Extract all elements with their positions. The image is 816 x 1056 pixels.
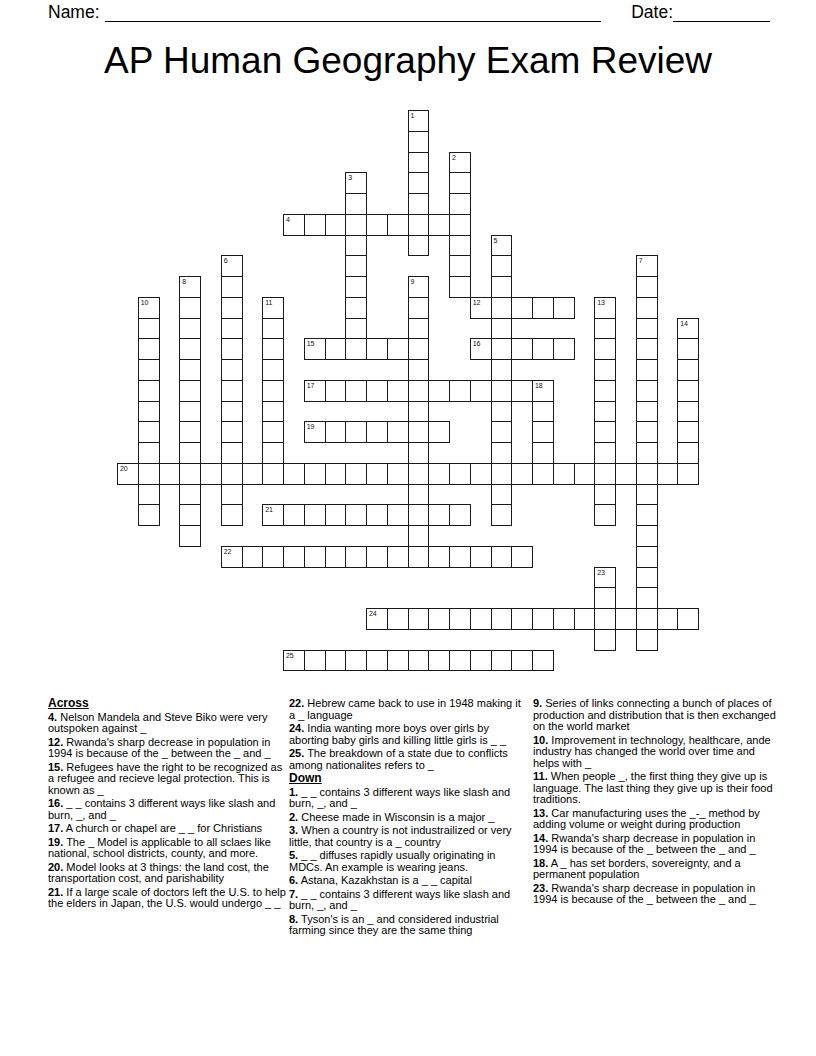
cell-r13c13[interactable] bbox=[387, 380, 409, 402]
cell-r10c27[interactable]: 14 bbox=[677, 318, 699, 340]
cell-r16c25[interactable] bbox=[636, 442, 658, 464]
clue-number-6: 6 bbox=[224, 257, 228, 264]
cell-r18c5[interactable] bbox=[221, 484, 243, 506]
cell-r21c17[interactable] bbox=[470, 546, 492, 568]
cell-r13c11[interactable] bbox=[345, 380, 367, 402]
cell-r12c14[interactable] bbox=[408, 359, 430, 381]
cell-r8c5[interactable] bbox=[221, 276, 243, 298]
cell-r13c15[interactable] bbox=[428, 380, 450, 402]
clue-num: 20. bbox=[48, 861, 63, 873]
cell-r15c18[interactable] bbox=[491, 421, 513, 443]
cell-r9c21[interactable] bbox=[553, 297, 575, 319]
cell-r18c1[interactable] bbox=[138, 484, 160, 506]
cell-r10c18[interactable] bbox=[491, 318, 513, 340]
cell-r14c27[interactable] bbox=[677, 401, 699, 423]
cell-r11c1[interactable] bbox=[138, 338, 160, 360]
clue-num: 19. bbox=[48, 836, 63, 848]
cell-r9c19[interactable] bbox=[511, 297, 533, 319]
cell-r7c5[interactable]: 6 bbox=[221, 255, 243, 277]
cell-r26c11[interactable] bbox=[345, 650, 367, 672]
cell-r7c11[interactable] bbox=[345, 255, 367, 277]
cell-r19c7[interactable]: 21 bbox=[262, 504, 284, 526]
name-label: Name: bbox=[48, 2, 100, 23]
clue-18: 18. A _ has set borders, sovereignty, an… bbox=[533, 858, 776, 881]
cell-r13c27[interactable] bbox=[677, 380, 699, 402]
cell-r12c3[interactable] bbox=[179, 359, 201, 381]
cell-r21c11[interactable] bbox=[345, 546, 367, 568]
cell-r26c18[interactable] bbox=[491, 650, 513, 672]
cell-r21c15[interactable] bbox=[428, 546, 450, 568]
cell-r9c7[interactable]: 11 bbox=[262, 297, 284, 319]
cell-r25c25[interactable] bbox=[636, 629, 658, 651]
cell-r12c1[interactable] bbox=[138, 359, 160, 381]
cell-r17c10[interactable] bbox=[325, 463, 347, 485]
cell-r17c0[interactable]: 20 bbox=[117, 463, 139, 485]
cell-r15c27[interactable] bbox=[677, 421, 699, 443]
cell-r18c25[interactable] bbox=[636, 484, 658, 506]
cell-r14c20[interactable] bbox=[532, 401, 554, 423]
cell-r10c7[interactable] bbox=[262, 318, 284, 340]
cell-r17c23[interactable] bbox=[594, 463, 616, 485]
name-date-row: Name: Date: bbox=[48, 1, 770, 23]
cell-r25c23[interactable] bbox=[594, 629, 616, 651]
clue-number-9: 9 bbox=[411, 278, 415, 285]
cell-r18c14[interactable] bbox=[408, 484, 430, 506]
cell-r19c16[interactable] bbox=[449, 504, 471, 526]
cell-r4c14[interactable] bbox=[408, 193, 430, 215]
cell-r16c5[interactable] bbox=[221, 442, 243, 464]
clue-num: 4. bbox=[48, 711, 57, 723]
cell-r13c14[interactable] bbox=[408, 380, 430, 402]
date-label: Date: bbox=[631, 2, 673, 23]
cell-r24c22[interactable] bbox=[574, 608, 596, 630]
cell-r13c7[interactable] bbox=[262, 380, 284, 402]
cell-r18c18[interactable] bbox=[491, 484, 513, 506]
cell-r7c18[interactable] bbox=[491, 255, 513, 277]
cell-r8c11[interactable] bbox=[345, 276, 367, 298]
cell-r19c3[interactable] bbox=[179, 504, 201, 526]
cell-r8c16[interactable] bbox=[449, 276, 471, 298]
cell-r17c21[interactable] bbox=[553, 463, 575, 485]
cell-r15c20[interactable] bbox=[532, 421, 554, 443]
cell-r19c8[interactable] bbox=[283, 504, 305, 526]
cell-r5c11[interactable] bbox=[345, 214, 367, 236]
cell-r13c17[interactable] bbox=[470, 380, 492, 402]
cell-r11c27[interactable] bbox=[677, 338, 699, 360]
cell-r17c15[interactable] bbox=[428, 463, 450, 485]
cell-r13c3[interactable] bbox=[179, 380, 201, 402]
cell-r21c10[interactable] bbox=[325, 546, 347, 568]
cell-r8c25[interactable] bbox=[636, 276, 658, 298]
cell-r19c18[interactable] bbox=[491, 504, 513, 526]
clue-number-12: 12 bbox=[473, 299, 480, 306]
cell-r13c23[interactable] bbox=[594, 380, 616, 402]
cell-r14c14[interactable] bbox=[408, 401, 430, 423]
cell-r11c18[interactable] bbox=[491, 338, 513, 360]
cell-r8c3[interactable]: 8 bbox=[179, 276, 201, 298]
cell-r17c1[interactable] bbox=[138, 463, 160, 485]
cell-r17c11[interactable] bbox=[345, 463, 367, 485]
cell-r17c6[interactable] bbox=[242, 463, 264, 485]
cell-r9c11[interactable] bbox=[345, 297, 367, 319]
cell-r12c18[interactable] bbox=[491, 359, 513, 381]
cell-r24c27[interactable] bbox=[677, 608, 699, 630]
cell-r24c14[interactable] bbox=[408, 608, 430, 630]
cell-r14c25[interactable] bbox=[636, 401, 658, 423]
clue-number-14: 14 bbox=[680, 320, 687, 327]
cell-r24c15[interactable] bbox=[428, 608, 450, 630]
clue-12: 12. Rwanda's sharp decrease in populatio… bbox=[48, 737, 286, 760]
clue-num: 17. bbox=[48, 822, 63, 834]
clue-num: 10. bbox=[533, 734, 548, 746]
cell-r16c3[interactable] bbox=[179, 442, 201, 464]
cell-r24c18[interactable] bbox=[491, 608, 513, 630]
clue-24: 24. India wanting more boys over girls b… bbox=[289, 723, 529, 746]
cell-r26c10[interactable] bbox=[325, 650, 347, 672]
cell-r17c7[interactable] bbox=[262, 463, 284, 485]
cell-r17c17[interactable] bbox=[470, 463, 492, 485]
cell-r11c17[interactable]: 16 bbox=[470, 338, 492, 360]
cell-r16c27[interactable] bbox=[677, 442, 699, 464]
cell-r7c16[interactable] bbox=[449, 255, 471, 277]
cell-r16c7[interactable] bbox=[262, 442, 284, 464]
clue-9: 9. Series of links connecting a bunch of… bbox=[533, 698, 776, 733]
cell-r13c20[interactable]: 18 bbox=[532, 380, 554, 402]
cell-r12c27[interactable] bbox=[677, 359, 699, 381]
cell-r12c25[interactable] bbox=[636, 359, 658, 381]
cell-r17c14[interactable] bbox=[408, 463, 430, 485]
cell-r11c25[interactable] bbox=[636, 338, 658, 360]
cell-r24c13[interactable] bbox=[387, 608, 409, 630]
cell-r10c11[interactable] bbox=[345, 318, 367, 340]
clue-22: 22. Hebrew came back to use in 1948 maki… bbox=[289, 698, 529, 721]
clue-num: 18. bbox=[533, 857, 548, 869]
cell-r16c14[interactable] bbox=[408, 442, 430, 464]
cell-r11c7[interactable] bbox=[262, 338, 284, 360]
cell-r15c11[interactable] bbox=[345, 421, 367, 443]
cell-r26c16[interactable] bbox=[449, 650, 471, 672]
cell-r15c12[interactable] bbox=[366, 421, 388, 443]
clue-num: 23. bbox=[533, 882, 548, 894]
cell-r2c16[interactable]: 2 bbox=[449, 152, 471, 174]
cell-r17c3[interactable] bbox=[179, 463, 201, 485]
cell-r9c17[interactable]: 12 bbox=[470, 297, 492, 319]
cell-r3c11[interactable]: 3 bbox=[345, 172, 367, 194]
cell-r11c14[interactable] bbox=[408, 338, 430, 360]
cell-r17c12[interactable] bbox=[366, 463, 388, 485]
cell-r17c4[interactable] bbox=[200, 463, 222, 485]
clue-column-middle: 22. Hebrew came back to use in 1948 maki… bbox=[289, 698, 529, 939]
cell-r2c14[interactable] bbox=[408, 152, 430, 174]
down-header: Down bbox=[289, 773, 529, 785]
cell-r11c13[interactable] bbox=[387, 338, 409, 360]
cell-r6c14[interactable] bbox=[408, 235, 430, 257]
cell-r9c23[interactable]: 13 bbox=[594, 297, 616, 319]
cell-r24c23[interactable] bbox=[594, 608, 616, 630]
clue-num: 21. bbox=[48, 886, 63, 898]
cell-r6c16[interactable] bbox=[449, 235, 471, 257]
cell-r10c5[interactable] bbox=[221, 318, 243, 340]
clue-21: 21. If a large scale of doctors left the… bbox=[48, 887, 286, 910]
cell-r23c23[interactable] bbox=[594, 587, 616, 609]
cell-r13c16[interactable] bbox=[449, 380, 471, 402]
cell-r11c20[interactable] bbox=[532, 338, 554, 360]
cell-r7c25[interactable]: 7 bbox=[636, 255, 658, 277]
cell-r5c10[interactable] bbox=[325, 214, 347, 236]
clue-number-24: 24 bbox=[369, 610, 376, 617]
cell-r21c18[interactable] bbox=[491, 546, 513, 568]
cell-r17c20[interactable] bbox=[532, 463, 554, 485]
cell-r9c3[interactable] bbox=[179, 297, 201, 319]
cell-r26c15[interactable] bbox=[428, 650, 450, 672]
cell-r11c19[interactable] bbox=[511, 338, 533, 360]
cell-r19c25[interactable] bbox=[636, 504, 658, 526]
cell-r13c18[interactable] bbox=[491, 380, 513, 402]
clue-number-7: 7 bbox=[639, 257, 643, 264]
cell-r15c7[interactable] bbox=[262, 421, 284, 443]
cell-r12c23[interactable] bbox=[594, 359, 616, 381]
cell-r0c14[interactable]: 1 bbox=[408, 110, 430, 132]
cell-r19c14[interactable] bbox=[408, 504, 430, 526]
clue-number-18: 18 bbox=[535, 382, 542, 389]
cell-r24c25[interactable] bbox=[636, 608, 658, 630]
cell-r15c3[interactable] bbox=[179, 421, 201, 443]
cell-r8c14[interactable]: 9 bbox=[408, 276, 430, 298]
clue-3: 3. When a country is not industrailized … bbox=[289, 825, 529, 848]
cell-r5c8[interactable]: 4 bbox=[283, 214, 305, 236]
cell-r5c15[interactable] bbox=[428, 214, 450, 236]
cell-r15c15[interactable] bbox=[428, 421, 450, 443]
cell-r8c18[interactable] bbox=[491, 276, 513, 298]
cell-r9c25[interactable] bbox=[636, 297, 658, 319]
cell-r19c9[interactable] bbox=[304, 504, 326, 526]
cell-r13c1[interactable] bbox=[138, 380, 160, 402]
cell-r21c14[interactable] bbox=[408, 546, 430, 568]
clue-num: 11. bbox=[533, 770, 548, 782]
clue-5: 5. _ _ diffuses rapidly usually originat… bbox=[289, 850, 529, 873]
cell-r17c19[interactable] bbox=[511, 463, 533, 485]
cell-r15c9[interactable]: 19 bbox=[304, 421, 326, 443]
cell-r15c25[interactable] bbox=[636, 421, 658, 443]
cell-r9c5[interactable] bbox=[221, 297, 243, 319]
cell-r26c8[interactable]: 25 bbox=[283, 650, 305, 672]
cell-r17c8[interactable] bbox=[283, 463, 305, 485]
clue-number-8: 8 bbox=[182, 278, 186, 285]
cell-r11c12[interactable] bbox=[366, 338, 388, 360]
cell-r1c14[interactable] bbox=[408, 131, 430, 153]
cell-r26c12[interactable] bbox=[366, 650, 388, 672]
cell-r5c9[interactable] bbox=[304, 214, 326, 236]
cell-r26c14[interactable] bbox=[408, 650, 430, 672]
cell-r15c14[interactable] bbox=[408, 421, 430, 443]
cell-r17c5[interactable] bbox=[221, 463, 243, 485]
cell-r15c10[interactable] bbox=[325, 421, 347, 443]
cell-r14c23[interactable] bbox=[594, 401, 616, 423]
clue-25: 25. The breakdown of a state due to conf… bbox=[289, 748, 529, 771]
cell-r16c1[interactable] bbox=[138, 442, 160, 464]
cell-r15c23[interactable] bbox=[594, 421, 616, 443]
cell-r14c3[interactable] bbox=[179, 401, 201, 423]
cell-r12c5[interactable] bbox=[221, 359, 243, 381]
cell-r18c3[interactable] bbox=[179, 484, 201, 506]
cell-r22c23[interactable]: 23 bbox=[594, 567, 616, 589]
cell-r24c20[interactable] bbox=[532, 608, 554, 630]
cell-r26c9[interactable] bbox=[304, 650, 326, 672]
cell-r15c13[interactable] bbox=[387, 421, 409, 443]
cell-r19c13[interactable] bbox=[387, 504, 409, 526]
clue-number-20: 20 bbox=[120, 465, 127, 472]
clue-number-4: 4 bbox=[286, 216, 290, 223]
cell-r20c14[interactable] bbox=[408, 525, 430, 547]
cell-r11c23[interactable] bbox=[594, 338, 616, 360]
cell-r19c10[interactable] bbox=[325, 504, 347, 526]
cell-r17c2[interactable] bbox=[159, 463, 181, 485]
clue-number-13: 13 bbox=[597, 299, 604, 306]
cell-r15c5[interactable] bbox=[221, 421, 243, 443]
clue-16: 16. _ _ contains 3 different ways like s… bbox=[48, 798, 286, 821]
cell-r21c6[interactable] bbox=[242, 546, 264, 568]
cell-r22c25[interactable] bbox=[636, 567, 658, 589]
clue-19: 19. The _ Model is applicable to all scl… bbox=[48, 837, 286, 860]
cell-r11c3[interactable] bbox=[179, 338, 201, 360]
cell-r15c1[interactable] bbox=[138, 421, 160, 443]
clue-number-23: 23 bbox=[597, 569, 604, 576]
cell-r21c16[interactable] bbox=[449, 546, 471, 568]
clue-number-1: 1 bbox=[411, 112, 415, 119]
cell-r3c14[interactable] bbox=[408, 172, 430, 194]
cell-r4c11[interactable] bbox=[345, 193, 367, 215]
cell-r24c17[interactable] bbox=[470, 608, 492, 630]
cell-r9c20[interactable] bbox=[532, 297, 554, 319]
cell-r18c23[interactable] bbox=[594, 484, 616, 506]
cell-r6c18[interactable]: 5 bbox=[491, 235, 513, 257]
cell-r21c8[interactable] bbox=[283, 546, 305, 568]
cell-r26c20[interactable] bbox=[532, 650, 554, 672]
clue-number-2: 2 bbox=[452, 154, 456, 161]
cell-r24c21[interactable] bbox=[553, 608, 575, 630]
clue-number-25: 25 bbox=[286, 652, 293, 659]
cell-r20c25[interactable] bbox=[636, 525, 658, 547]
cell-r5c16[interactable] bbox=[449, 214, 471, 236]
cell-r3c16[interactable] bbox=[449, 172, 471, 194]
cell-r17c27[interactable] bbox=[677, 463, 699, 485]
cell-r14c18[interactable] bbox=[491, 401, 513, 423]
clue-number-3: 3 bbox=[348, 174, 352, 181]
clue-num: 25. bbox=[289, 747, 304, 759]
cell-r11c10[interactable] bbox=[325, 338, 347, 360]
clue-number-10: 10 bbox=[141, 299, 148, 306]
cell-r5c12[interactable] bbox=[366, 214, 388, 236]
cell-r19c12[interactable] bbox=[366, 504, 388, 526]
clue-number-17: 17 bbox=[307, 382, 314, 389]
clue-num: 8. bbox=[289, 913, 298, 925]
cell-r12c7[interactable] bbox=[262, 359, 284, 381]
cell-r14c7[interactable] bbox=[262, 401, 284, 423]
cell-r24c12[interactable]: 24 bbox=[366, 608, 388, 630]
clue-num: 14. bbox=[533, 832, 548, 844]
cell-r10c25[interactable] bbox=[636, 318, 658, 340]
cell-r13c25[interactable] bbox=[636, 380, 658, 402]
cell-r16c18[interactable] bbox=[491, 442, 513, 464]
clue-11: 11. When people _, the first thing they … bbox=[533, 771, 776, 806]
cell-r13c10[interactable] bbox=[325, 380, 347, 402]
clue-13: 13. Car manufacturing uses the _-_ metho… bbox=[533, 808, 776, 831]
clue-num: 7. bbox=[289, 888, 298, 900]
cell-r17c9[interactable] bbox=[304, 463, 326, 485]
cell-r10c14[interactable] bbox=[408, 318, 430, 340]
cell-r5c13[interactable] bbox=[387, 214, 409, 236]
cell-r24c16[interactable] bbox=[449, 608, 471, 630]
cell-r17c22[interactable] bbox=[574, 463, 596, 485]
cell-r21c7[interactable] bbox=[262, 546, 284, 568]
cell-r19c5[interactable] bbox=[221, 504, 243, 526]
cell-r26c19[interactable] bbox=[511, 650, 533, 672]
cell-r19c1[interactable] bbox=[138, 504, 160, 526]
cell-r6c11[interactable] bbox=[345, 235, 367, 257]
cell-r5c14[interactable] bbox=[408, 214, 430, 236]
clue-num: 22. bbox=[289, 697, 304, 709]
cell-r17c25[interactable] bbox=[636, 463, 658, 485]
cell-r24c24[interactable] bbox=[615, 608, 637, 630]
cell-r19c23[interactable] bbox=[594, 504, 616, 526]
cell-r20c3[interactable] bbox=[179, 525, 201, 547]
cell-r26c17[interactable] bbox=[470, 650, 492, 672]
cell-r13c5[interactable] bbox=[221, 380, 243, 402]
clue-8: 8. Tyson's is an _ and considered indust… bbox=[289, 914, 529, 937]
cell-r21c12[interactable] bbox=[366, 546, 388, 568]
clue-num: 3. bbox=[289, 824, 298, 836]
cell-r21c19[interactable] bbox=[511, 546, 533, 568]
cell-r19c11[interactable] bbox=[345, 504, 367, 526]
cell-r16c20[interactable] bbox=[532, 442, 554, 464]
cell-r11c9[interactable]: 15 bbox=[304, 338, 326, 360]
cell-r17c16[interactable] bbox=[449, 463, 471, 485]
cell-r17c26[interactable] bbox=[657, 463, 679, 485]
cell-r13c19[interactable] bbox=[511, 380, 533, 402]
cell-r10c23[interactable] bbox=[594, 318, 616, 340]
cell-r13c9[interactable]: 17 bbox=[304, 380, 326, 402]
cell-r17c13[interactable] bbox=[387, 463, 409, 485]
cell-r21c25[interactable] bbox=[636, 546, 658, 568]
cell-r17c24[interactable] bbox=[615, 463, 637, 485]
cell-r14c5[interactable] bbox=[221, 401, 243, 423]
cell-r14c1[interactable] bbox=[138, 401, 160, 423]
cell-r4c16[interactable] bbox=[449, 193, 471, 215]
cell-r24c19[interactable] bbox=[511, 608, 533, 630]
cell-r11c5[interactable] bbox=[221, 338, 243, 360]
cell-r16c23[interactable] bbox=[594, 442, 616, 464]
clue-num: 16. bbox=[48, 797, 63, 809]
cell-r17c18[interactable] bbox=[491, 463, 513, 485]
cell-r21c9[interactable] bbox=[304, 546, 326, 568]
cell-r11c21[interactable] bbox=[553, 338, 575, 360]
cell-r26c13[interactable] bbox=[387, 650, 409, 672]
clue-23: 23. Rwanda's sharp decrease in populatio… bbox=[533, 883, 776, 906]
cell-r21c5[interactable]: 22 bbox=[221, 546, 243, 568]
cell-r23c25[interactable] bbox=[636, 587, 658, 609]
cell-r11c11[interactable] bbox=[345, 338, 367, 360]
cell-r19c15[interactable] bbox=[428, 504, 450, 526]
cell-r13c12[interactable] bbox=[366, 380, 388, 402]
cell-r10c1[interactable] bbox=[138, 318, 160, 340]
clue-number-5: 5 bbox=[494, 237, 498, 244]
cell-r21c13[interactable] bbox=[387, 546, 409, 568]
cell-r10c3[interactable] bbox=[179, 318, 201, 340]
cell-r9c1[interactable]: 10 bbox=[138, 297, 160, 319]
cell-r24c26[interactable] bbox=[657, 608, 679, 630]
cell-r9c18[interactable] bbox=[491, 297, 513, 319]
cell-r9c14[interactable] bbox=[408, 297, 430, 319]
